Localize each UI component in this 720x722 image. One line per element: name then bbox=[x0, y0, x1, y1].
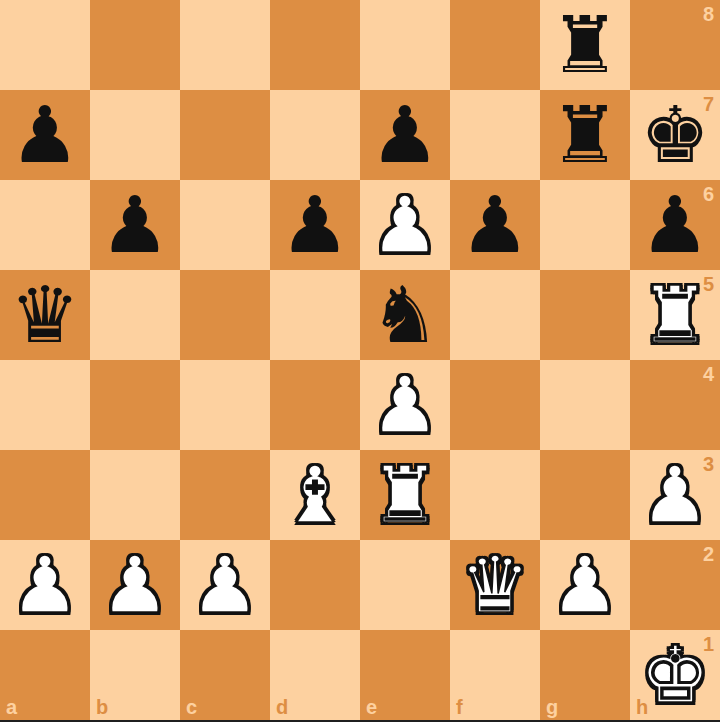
piece-black-rook-g7[interactable]: ♜ bbox=[540, 90, 630, 180]
square-b5[interactable] bbox=[90, 270, 180, 360]
square-f3[interactable] bbox=[450, 450, 540, 540]
square-b3[interactable] bbox=[90, 450, 180, 540]
square-g5[interactable] bbox=[540, 270, 630, 360]
piece-white-king-h1[interactable]: ♚ bbox=[630, 630, 720, 720]
square-f4[interactable] bbox=[450, 360, 540, 450]
square-d7[interactable] bbox=[270, 90, 360, 180]
square-b6[interactable]: ♟ bbox=[90, 180, 180, 270]
square-h1[interactable]: 1h♚ bbox=[630, 630, 720, 720]
square-h4[interactable]: 4 bbox=[630, 360, 720, 450]
piece-white-bishop-d3[interactable]: ♝ bbox=[270, 450, 360, 540]
piece-white-pawn-h3[interactable]: ♟ bbox=[630, 450, 720, 540]
square-d2[interactable] bbox=[270, 540, 360, 630]
square-h2[interactable]: 2 bbox=[630, 540, 720, 630]
square-c2[interactable]: ♟ bbox=[180, 540, 270, 630]
square-e3[interactable]: ♜ bbox=[360, 450, 450, 540]
square-e7[interactable]: ♟ bbox=[360, 90, 450, 180]
square-b1[interactable]: b bbox=[90, 630, 180, 720]
rank-label-4: 4 bbox=[703, 364, 714, 384]
square-h8[interactable]: 8 bbox=[630, 0, 720, 90]
piece-white-pawn-e6[interactable]: ♟ bbox=[360, 180, 450, 270]
square-a2[interactable]: ♟ bbox=[0, 540, 90, 630]
square-d8[interactable] bbox=[270, 0, 360, 90]
square-g6[interactable] bbox=[540, 180, 630, 270]
square-g7[interactable]: ♜ bbox=[540, 90, 630, 180]
square-f1[interactable]: f bbox=[450, 630, 540, 720]
square-d5[interactable] bbox=[270, 270, 360, 360]
square-b8[interactable] bbox=[90, 0, 180, 90]
piece-white-pawn-e4[interactable]: ♟ bbox=[360, 360, 450, 450]
square-d3[interactable]: ♝ bbox=[270, 450, 360, 540]
piece-white-pawn-a2[interactable]: ♟ bbox=[0, 540, 90, 630]
piece-black-pawn-h6[interactable]: ♟ bbox=[630, 180, 720, 270]
piece-white-rook-h5[interactable]: ♜ bbox=[630, 270, 720, 360]
file-label-f: f bbox=[456, 697, 463, 717]
square-a8[interactable] bbox=[0, 0, 90, 90]
square-c8[interactable] bbox=[180, 0, 270, 90]
chess-board: ♜8♟♟♜7♚♟♟♟♟6♟♛♞5♜♟4♝♜3♟♟♟♟♛♟2abcdefg1h♚ bbox=[0, 0, 720, 720]
square-e4[interactable]: ♟ bbox=[360, 360, 450, 450]
file-label-g: g bbox=[546, 697, 558, 717]
square-h6[interactable]: 6♟ bbox=[630, 180, 720, 270]
square-e8[interactable] bbox=[360, 0, 450, 90]
file-label-b: b bbox=[96, 697, 108, 717]
square-h7[interactable]: 7♚ bbox=[630, 90, 720, 180]
file-label-c: c bbox=[186, 697, 197, 717]
square-c4[interactable] bbox=[180, 360, 270, 450]
square-e2[interactable] bbox=[360, 540, 450, 630]
square-f8[interactable] bbox=[450, 0, 540, 90]
piece-black-rook-g8[interactable]: ♜ bbox=[540, 0, 630, 90]
rank-label-8: 8 bbox=[703, 4, 714, 24]
square-h3[interactable]: 3♟ bbox=[630, 450, 720, 540]
square-b2[interactable]: ♟ bbox=[90, 540, 180, 630]
square-d6[interactable]: ♟ bbox=[270, 180, 360, 270]
piece-black-pawn-e7[interactable]: ♟ bbox=[360, 90, 450, 180]
file-label-d: d bbox=[276, 697, 288, 717]
square-a6[interactable] bbox=[0, 180, 90, 270]
square-h5[interactable]: 5♜ bbox=[630, 270, 720, 360]
piece-black-king-h7[interactable]: ♚ bbox=[630, 90, 720, 180]
square-g1[interactable]: g bbox=[540, 630, 630, 720]
square-f5[interactable] bbox=[450, 270, 540, 360]
square-f2[interactable]: ♛ bbox=[450, 540, 540, 630]
piece-black-pawn-a7[interactable]: ♟ bbox=[0, 90, 90, 180]
square-b7[interactable] bbox=[90, 90, 180, 180]
square-a4[interactable] bbox=[0, 360, 90, 450]
piece-black-knight-e5[interactable]: ♞ bbox=[360, 270, 450, 360]
square-c3[interactable] bbox=[180, 450, 270, 540]
piece-white-queen-f2[interactable]: ♛ bbox=[450, 540, 540, 630]
square-g8[interactable]: ♜ bbox=[540, 0, 630, 90]
square-g3[interactable] bbox=[540, 450, 630, 540]
piece-black-queen-a5[interactable]: ♛ bbox=[0, 270, 90, 360]
square-d1[interactable]: d bbox=[270, 630, 360, 720]
file-label-a: a bbox=[6, 697, 17, 717]
square-f7[interactable] bbox=[450, 90, 540, 180]
square-c7[interactable] bbox=[180, 90, 270, 180]
piece-white-pawn-g2[interactable]: ♟ bbox=[540, 540, 630, 630]
square-b4[interactable] bbox=[90, 360, 180, 450]
square-e6[interactable]: ♟ bbox=[360, 180, 450, 270]
piece-black-pawn-b6[interactable]: ♟ bbox=[90, 180, 180, 270]
square-e1[interactable]: e bbox=[360, 630, 450, 720]
square-a3[interactable] bbox=[0, 450, 90, 540]
rank-label-2: 2 bbox=[703, 544, 714, 564]
square-c5[interactable] bbox=[180, 270, 270, 360]
square-c1[interactable]: c bbox=[180, 630, 270, 720]
square-f6[interactable]: ♟ bbox=[450, 180, 540, 270]
square-d4[interactable] bbox=[270, 360, 360, 450]
piece-black-pawn-f6[interactable]: ♟ bbox=[450, 180, 540, 270]
piece-white-pawn-c2[interactable]: ♟ bbox=[180, 540, 270, 630]
file-label-e: e bbox=[366, 697, 377, 717]
piece-black-pawn-d6[interactable]: ♟ bbox=[270, 180, 360, 270]
piece-white-pawn-b2[interactable]: ♟ bbox=[90, 540, 180, 630]
square-a1[interactable]: a bbox=[0, 630, 90, 720]
square-a7[interactable]: ♟ bbox=[0, 90, 90, 180]
piece-white-rook-e3[interactable]: ♜ bbox=[360, 450, 450, 540]
square-e5[interactable]: ♞ bbox=[360, 270, 450, 360]
square-c6[interactable] bbox=[180, 180, 270, 270]
square-a5[interactable]: ♛ bbox=[0, 270, 90, 360]
square-g4[interactable] bbox=[540, 360, 630, 450]
square-g2[interactable]: ♟ bbox=[540, 540, 630, 630]
